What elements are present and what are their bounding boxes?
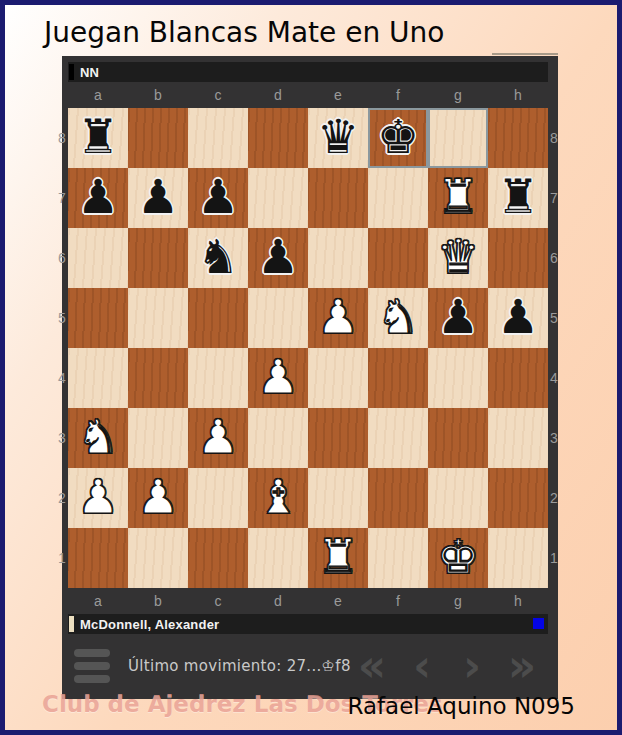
square-e1[interactable]: ♜ [308, 528, 368, 588]
square-h6[interactable] [488, 228, 548, 288]
file-label-d: d [248, 590, 308, 612]
white-color-marker [69, 616, 74, 632]
file-label-e: e [308, 590, 368, 612]
rank-label-8-right: 8 [548, 108, 560, 168]
controls-bar: Último movimiento: 27...♔f8 « ‹ › » [68, 638, 548, 694]
file-label-h: h [488, 84, 548, 106]
rank-label-3-right: 3 [548, 408, 560, 468]
square-a8[interactable]: ♜ [68, 108, 128, 168]
square-c3[interactable]: ♟ [188, 408, 248, 468]
square-h5[interactable]: ♟ [488, 288, 548, 348]
square-e5[interactable]: ♟ [308, 288, 368, 348]
white-pawn[interactable]: ♟ [68, 468, 128, 528]
black-pawn[interactable]: ♟ [188, 168, 248, 228]
file-label-b: b [128, 590, 188, 612]
square-a4[interactable] [68, 348, 128, 408]
square-h2[interactable] [488, 468, 548, 528]
rank-label-2-left: 2 [56, 468, 68, 528]
white-knight[interactable]: ♞ [68, 408, 128, 468]
square-c5[interactable] [188, 288, 248, 348]
square-f6[interactable] [368, 228, 428, 288]
black-pawn[interactable]: ♟ [488, 288, 548, 348]
rank-label-4-right: 4 [548, 348, 560, 408]
nav-last-button[interactable]: » [502, 644, 542, 688]
square-e6[interactable] [308, 228, 368, 288]
nav-first-button[interactable]: « [352, 644, 392, 688]
square-e2[interactable] [308, 468, 368, 528]
square-g6[interactable]: ♛ [428, 228, 488, 288]
square-h7[interactable]: ♜ [488, 168, 548, 228]
last-move-text: Último movimiento: 27...♔f8 [128, 657, 351, 675]
rank-label-7-right: 7 [548, 168, 560, 228]
black-king[interactable]: ♚ [368, 108, 428, 168]
square-a3[interactable]: ♞ [68, 408, 128, 468]
square-g5[interactable]: ♟ [428, 288, 488, 348]
square-a5[interactable] [68, 288, 128, 348]
white-queen[interactable]: ♛ [428, 228, 488, 288]
square-c6[interactable]: ♞ [188, 228, 248, 288]
rank-label-5-right: 5 [548, 288, 560, 348]
chess-widget: NN abcdefgh ♜♛♚88♟♟♟♜♜77♞♟♛66♟♞♟♟55♟44♞♟… [62, 56, 558, 699]
square-d8[interactable] [248, 108, 308, 168]
square-c4[interactable] [188, 348, 248, 408]
black-rook[interactable]: ♜ [488, 168, 548, 228]
rank-label-3-left: 3 [56, 408, 68, 468]
black-player-bar: NN [68, 62, 548, 82]
file-label-h: h [488, 590, 548, 612]
square-c1[interactable] [188, 528, 248, 588]
white-player-bar: McDonnell, Alexander [68, 614, 548, 634]
rank-label-6-left: 6 [56, 228, 68, 288]
page: Juegan Blancas Mate en Uno NN abcdefgh ♜… [0, 0, 622, 735]
square-g7[interactable]: ♜ [428, 168, 488, 228]
square-f1[interactable] [368, 528, 428, 588]
file-label-a: a [68, 84, 128, 106]
file-label-c: c [188, 590, 248, 612]
square-f2[interactable] [368, 468, 428, 528]
status-indicator [533, 618, 544, 629]
rank-label-1-right: 1 [548, 528, 560, 588]
square-d2[interactable]: ♝ [248, 468, 308, 528]
black-pawn[interactable]: ♟ [128, 168, 188, 228]
white-pawn[interactable]: ♟ [248, 348, 308, 408]
square-b2[interactable]: ♟ [128, 468, 188, 528]
page-title: Juegan Blancas Mate en Uno [44, 16, 444, 49]
rank-label-7-left: 7 [56, 168, 68, 228]
white-rook[interactable]: ♜ [428, 168, 488, 228]
square-g4[interactable] [428, 348, 488, 408]
square-b6[interactable] [128, 228, 188, 288]
nav-next-button[interactable]: › [452, 644, 492, 688]
black-pawn[interactable]: ♟ [428, 288, 488, 348]
white-pawn[interactable]: ♟ [308, 288, 368, 348]
black-rook[interactable]: ♜ [68, 108, 128, 168]
square-d6[interactable]: ♟ [248, 228, 308, 288]
rank-label-6-right: 6 [548, 228, 560, 288]
square-h1[interactable] [488, 528, 548, 588]
square-d4[interactable]: ♟ [248, 348, 308, 408]
square-e3[interactable] [308, 408, 368, 468]
square-f5[interactable]: ♞ [368, 288, 428, 348]
file-label-g: g [428, 84, 488, 106]
square-d3[interactable] [248, 408, 308, 468]
square-e4[interactable] [308, 348, 368, 408]
file-labels-bottom: abcdefgh [68, 590, 548, 612]
square-b7[interactable]: ♟ [128, 168, 188, 228]
white-pawn[interactable]: ♟ [128, 468, 188, 528]
white-knight[interactable]: ♞ [368, 288, 428, 348]
square-a6[interactable] [68, 228, 128, 288]
square-b1[interactable] [128, 528, 188, 588]
square-b4[interactable] [128, 348, 188, 408]
square-e8[interactable]: ♛ [308, 108, 368, 168]
square-c8[interactable] [188, 108, 248, 168]
panel-top-accent [492, 53, 558, 55]
white-rook[interactable]: ♜ [308, 528, 368, 588]
rank-label-2-right: 2 [548, 468, 560, 528]
square-b5[interactable] [128, 288, 188, 348]
black-queen[interactable]: ♛ [308, 108, 368, 168]
square-f7[interactable] [368, 168, 428, 228]
square-c2[interactable] [188, 468, 248, 528]
square-g2[interactable] [428, 468, 488, 528]
file-label-g: g [428, 590, 488, 612]
white-king[interactable]: ♚ [428, 528, 488, 588]
file-label-f: f [368, 590, 428, 612]
chess-board: ♜♛♚88♟♟♟♜♜77♞♟♛66♟♞♟♟55♟44♞♟33♟♟♝22♜♚11 [68, 108, 548, 588]
square-e7[interactable] [308, 168, 368, 228]
square-d1[interactable] [248, 528, 308, 588]
square-b3[interactable] [128, 408, 188, 468]
black-knight[interactable]: ♞ [188, 228, 248, 288]
square-h4[interactable] [488, 348, 548, 408]
square-g3[interactable] [428, 408, 488, 468]
white-bishop[interactable]: ♝ [248, 468, 308, 528]
square-d7[interactable] [248, 168, 308, 228]
square-f3[interactable] [368, 408, 428, 468]
move-navigation: « ‹ › » [352, 644, 548, 688]
black-player-name: NN [80, 65, 99, 80]
white-pawn[interactable]: ♟ [188, 408, 248, 468]
file-label-d: d [248, 84, 308, 106]
square-h3[interactable] [488, 408, 548, 468]
menu-icon[interactable] [74, 649, 110, 683]
square-a1[interactable] [68, 528, 128, 588]
square-a7[interactable]: ♟ [68, 168, 128, 228]
black-pawn[interactable]: ♟ [248, 228, 308, 288]
black-color-marker [69, 64, 74, 80]
file-label-b: b [128, 84, 188, 106]
white-player-name: McDonnell, Alexander [80, 617, 219, 632]
square-h8[interactable] [488, 108, 548, 168]
square-f8[interactable]: ♚ [368, 108, 428, 168]
file-label-e: e [308, 84, 368, 106]
file-label-c: c [188, 84, 248, 106]
author-credit: Rafael Aquino N095 [347, 693, 575, 719]
rank-label-8-left: 8 [56, 108, 68, 168]
square-b8[interactable] [128, 108, 188, 168]
square-f4[interactable] [368, 348, 428, 408]
square-g1[interactable]: ♚ [428, 528, 488, 588]
file-label-a: a [68, 590, 128, 612]
rank-label-4-left: 4 [56, 348, 68, 408]
nav-prev-button[interactable]: ‹ [402, 644, 442, 688]
file-labels-top: abcdefgh [68, 84, 548, 106]
black-pawn[interactable]: ♟ [68, 168, 128, 228]
square-d5[interactable] [248, 288, 308, 348]
square-c7[interactable]: ♟ [188, 168, 248, 228]
rank-label-5-left: 5 [56, 288, 68, 348]
square-g8[interactable] [428, 108, 488, 168]
square-a2[interactable]: ♟ [68, 468, 128, 528]
file-label-f: f [368, 84, 428, 106]
rank-label-1-left: 1 [56, 528, 68, 588]
